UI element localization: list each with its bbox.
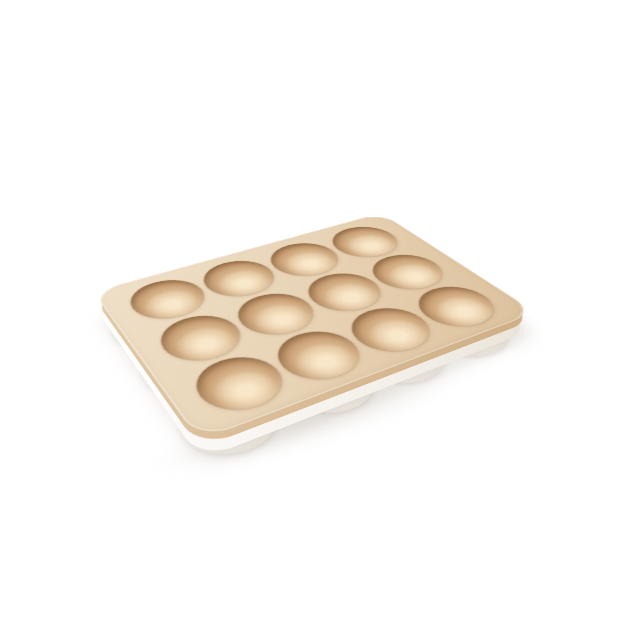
muffin-pan [93,213,537,441]
product-photo [0,0,620,620]
